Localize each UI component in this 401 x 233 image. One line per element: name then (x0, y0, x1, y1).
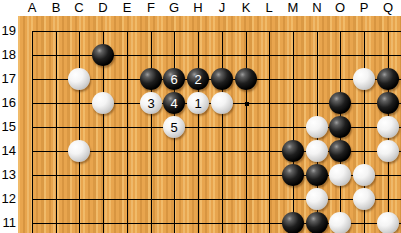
row-label-13: 13 (0, 168, 16, 182)
stone-J17[interactable] (211, 68, 233, 90)
row-label-11: 11 (0, 216, 16, 230)
stone-D18[interactable] (92, 44, 114, 66)
stone-D16[interactable] (92, 92, 114, 114)
column-label-Q: Q (378, 1, 398, 15)
column-label-H: H (188, 1, 208, 15)
row-label-15: 15 (0, 120, 16, 134)
stone-Q15[interactable] (377, 116, 399, 138)
stone-P12[interactable] (353, 188, 375, 210)
column-label-G: G (164, 1, 184, 15)
grid-line-row-19 (32, 31, 401, 32)
column-label-P: P (354, 1, 374, 15)
go-board-screenshot: ABCDEFGHJKLMNOPQ 191817161514131211 6234… (0, 0, 401, 233)
column-label-D: D (93, 1, 113, 15)
move-3-stone-F16[interactable]: 3 (140, 92, 162, 114)
column-label-K: K (236, 1, 256, 15)
go-board[interactable]: 623415 (18, 16, 401, 233)
stone-O15[interactable] (329, 116, 351, 138)
stone-P13[interactable] (353, 164, 375, 186)
move-2-stone-H17[interactable]: 2 (187, 68, 209, 90)
grid-line-column-E (127, 31, 128, 233)
column-label-O: O (330, 1, 350, 15)
column-label-L: L (259, 1, 279, 15)
stone-C17[interactable] (68, 68, 90, 90)
column-label-B: B (46, 1, 66, 15)
stone-P17[interactable] (353, 68, 375, 90)
stone-K17[interactable] (235, 68, 257, 90)
column-label-N: N (307, 1, 327, 15)
row-label-12: 12 (0, 192, 16, 206)
stone-N15[interactable] (306, 116, 328, 138)
column-label-M: M (283, 1, 303, 15)
star-point-K16 (245, 102, 249, 106)
stone-C14[interactable] (68, 140, 90, 162)
grid-line-column-F (151, 31, 152, 233)
stone-N13[interactable] (306, 164, 328, 186)
grid-line-column-A (32, 31, 33, 233)
stone-O11[interactable] (329, 212, 351, 233)
stone-Q14[interactable] (377, 140, 399, 162)
stone-F17[interactable] (140, 68, 162, 90)
grid-line-column-C (79, 31, 80, 233)
stone-M14[interactable] (282, 140, 304, 162)
grid-line-column-L (269, 31, 270, 233)
row-label-19: 19 (0, 24, 16, 38)
stone-N14[interactable] (306, 140, 328, 162)
stone-N11[interactable] (306, 212, 328, 233)
column-label-F: F (141, 1, 161, 15)
row-label-18: 18 (0, 48, 16, 62)
move-1-stone-H16[interactable]: 1 (187, 92, 209, 114)
row-label-14: 14 (0, 144, 16, 158)
row-label-17: 17 (0, 72, 16, 86)
grid-line-row-18 (32, 55, 401, 56)
grid-line-column-B (56, 31, 57, 233)
stone-M11[interactable] (282, 212, 304, 233)
grid-line-column-K (246, 31, 247, 233)
stone-M13[interactable] (282, 164, 304, 186)
stone-Q17[interactable] (377, 68, 399, 90)
stone-J16[interactable] (211, 92, 233, 114)
stone-N12[interactable] (306, 188, 328, 210)
grid-line-column-H (198, 31, 199, 233)
move-5-stone-G15[interactable]: 5 (163, 116, 185, 138)
column-label-E: E (117, 1, 137, 15)
column-label-C: C (69, 1, 89, 15)
stone-Q11[interactable] (377, 212, 399, 233)
move-4-stone-G16[interactable]: 4 (163, 92, 185, 114)
row-label-16: 16 (0, 96, 16, 110)
stone-Q16[interactable] (377, 92, 399, 114)
stone-O14[interactable] (329, 140, 351, 162)
stone-O16[interactable] (329, 92, 351, 114)
column-label-A: A (22, 1, 42, 15)
grid-line-column-J (222, 31, 223, 233)
move-6-stone-G17[interactable]: 6 (163, 68, 185, 90)
grid-line-row-12 (32, 199, 401, 200)
column-label-J: J (212, 1, 232, 15)
grid-line-column-M (293, 31, 294, 233)
stone-O13[interactable] (329, 164, 351, 186)
